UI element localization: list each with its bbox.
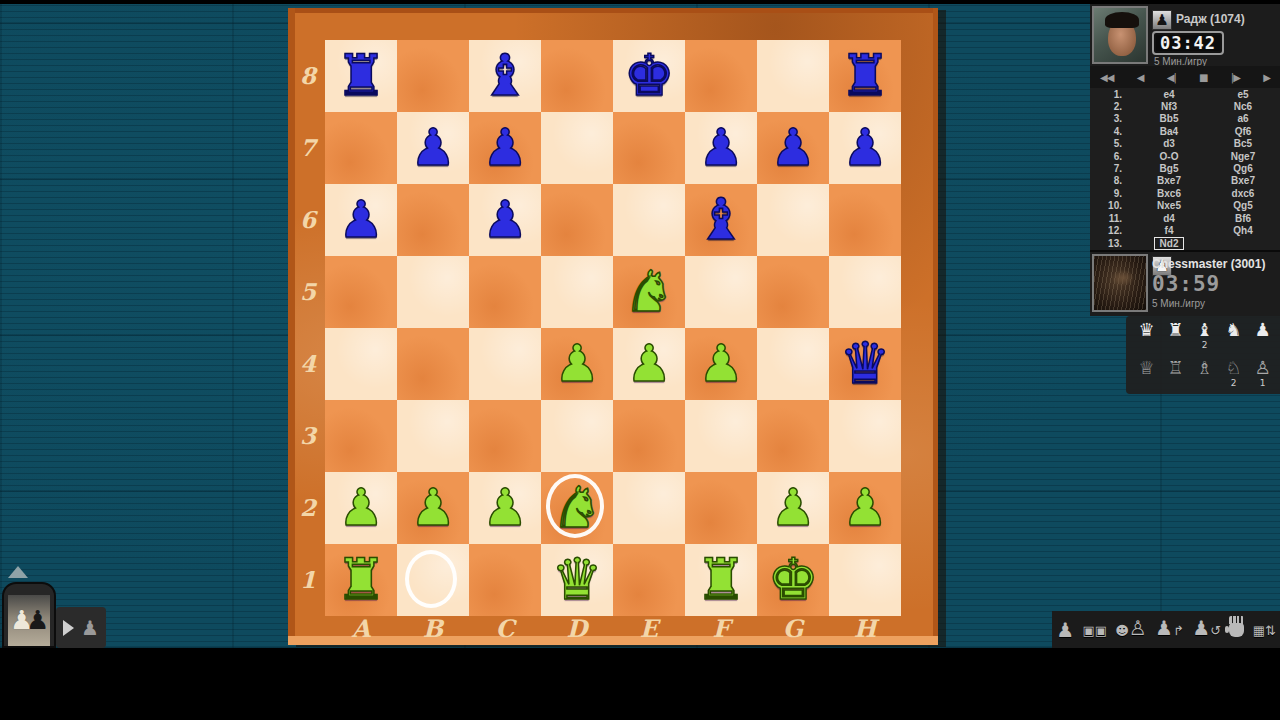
file-label-B: B xyxy=(397,614,469,644)
move-row: 3.Bb5a6 xyxy=(1090,113,1280,125)
square-c1[interactable] xyxy=(469,544,541,616)
forward-button[interactable]: ▶ xyxy=(1263,72,1270,83)
square-c5[interactable] xyxy=(469,256,541,328)
white-pawn-g2[interactable]: ♟ xyxy=(757,472,829,544)
square-b6[interactable] xyxy=(397,184,469,256)
square-f8[interactable] xyxy=(685,40,757,112)
bottom-letterbox xyxy=(0,648,1280,720)
move-row: 11.d4Bf6 xyxy=(1090,212,1280,224)
captured-count xyxy=(1132,340,1161,350)
rank-label-5: 5 xyxy=(296,256,320,328)
white-move[interactable]: Nxe5 xyxy=(1124,200,1214,211)
takeback-icon[interactable]: ♟↱ xyxy=(1155,613,1184,646)
rank-label-1: 1 xyxy=(296,544,320,616)
black-king-e8[interactable]: ♚ xyxy=(613,40,685,112)
white-queen-d1[interactable]: ♛ xyxy=(541,544,613,616)
current-move[interactable]: Nd2 xyxy=(1154,237,1185,250)
move-now-hand-icon[interactable] xyxy=(1229,615,1244,645)
move-row: 4.Ba4Qf6 xyxy=(1090,125,1280,137)
square-d8[interactable] xyxy=(541,40,613,112)
square-a5[interactable] xyxy=(325,256,397,328)
back-button[interactable]: ◀ xyxy=(1137,72,1144,83)
pieces-set-thumbnail[interactable]: ♟ ♟ xyxy=(2,582,56,648)
player-card-top: ♟ Радж (1074) 03:42 5 Мин./игру xyxy=(1090,4,1280,66)
pawn-icon: ♟ xyxy=(1248,320,1277,340)
captured-white-queen: ♛ xyxy=(1132,320,1161,350)
rank-label-6: 6 xyxy=(296,184,320,256)
move-row: 5.d3Bc5 xyxy=(1090,138,1280,150)
square-h3[interactable] xyxy=(829,400,901,472)
chess-board: 87654321 ABCDEFGH ♜♝♚♜♟♟♟♟♟♟♟♝♞♟♟♟♛♟♟♟♞♟… xyxy=(288,8,938,645)
square-d1[interactable]: ♛ xyxy=(541,544,613,616)
square-h2[interactable]: ♟ xyxy=(829,472,901,544)
square-f1[interactable]: ♜ xyxy=(685,544,757,616)
rook-icon: ♖ xyxy=(1161,358,1190,378)
square-b4[interactable] xyxy=(397,328,469,400)
square-e2[interactable] xyxy=(613,472,685,544)
move-number: 4. xyxy=(1090,126,1124,137)
white-rook-f1[interactable]: ♜ xyxy=(685,544,757,616)
board-frame-edge xyxy=(933,8,938,645)
skip-to-start-button[interactable]: ◀◀ xyxy=(1100,72,1113,83)
square-b3[interactable] xyxy=(397,400,469,472)
captured-count: 2 xyxy=(1219,378,1248,388)
captured-count xyxy=(1248,340,1277,350)
rook-icon: ♜ xyxy=(1161,320,1190,340)
bottom-toolbar: ♟▣▣☻♙♟↱♟↺▦⇅ xyxy=(1052,611,1280,648)
avatar-radzh xyxy=(1092,6,1148,64)
queen-icon: ♛ xyxy=(1132,320,1161,340)
move-row: 13.Nd2 xyxy=(1090,237,1280,249)
square-e1[interactable] xyxy=(613,544,685,616)
square-a4[interactable] xyxy=(325,328,397,400)
captured-count xyxy=(1161,378,1190,388)
captured-count: 1 xyxy=(1248,378,1277,388)
rank-label-2: 2 xyxy=(296,472,320,544)
move-number: 1. xyxy=(1090,89,1124,100)
white-pawn-b2[interactable]: ♟ xyxy=(397,472,469,544)
square-a6[interactable]: ♟ xyxy=(325,184,397,256)
black-pawn-h7[interactable]: ♟ xyxy=(829,112,901,184)
move-row: 9.Bxc6dxc6 xyxy=(1090,187,1280,199)
player-name-bottom: Chessmaster (3001) xyxy=(1152,257,1265,271)
square-d7[interactable] xyxy=(541,112,613,184)
clock-bottom: 03:59 xyxy=(1152,272,1220,296)
move-row: 10.Nxe5Qg5 xyxy=(1090,200,1280,212)
avatar-chessmaster xyxy=(1092,254,1148,312)
white-rook-a1[interactable]: ♜ xyxy=(325,544,397,616)
square-g1[interactable]: ♚ xyxy=(757,544,829,616)
move-row: 12.f4Qh4 xyxy=(1090,224,1280,236)
captured-black-queen: ♕ xyxy=(1132,358,1161,388)
white-move[interactable]: d4 xyxy=(1124,213,1214,224)
black-pawn-c6[interactable]: ♟ xyxy=(469,184,541,256)
black-move[interactable]: Nge7 xyxy=(1214,151,1272,162)
square-e7[interactable] xyxy=(613,112,685,184)
square-g4[interactable] xyxy=(757,328,829,400)
square-a1[interactable]: ♜ xyxy=(325,544,397,616)
square-c3[interactable] xyxy=(469,400,541,472)
time-control-bottom: 5 Мин./игру xyxy=(1152,298,1205,309)
black-move[interactable]: Qg5 xyxy=(1214,200,1272,211)
knight-icon: ♘ xyxy=(1219,358,1248,378)
black-pawn-c7[interactable]: ♟ xyxy=(469,112,541,184)
black-pawn-f7[interactable]: ♟ xyxy=(685,112,757,184)
piece-set-button[interactable]: ♟ xyxy=(56,607,106,648)
captured-white-bishop: ♝2 xyxy=(1190,320,1219,350)
black-rook-a8[interactable]: ♜ xyxy=(325,40,397,112)
black-move[interactable]: Nc6 xyxy=(1214,101,1272,112)
square-e5[interactable]: ♞ xyxy=(613,256,685,328)
captured-black-rook: ♖ xyxy=(1161,358,1190,388)
rank-label-7: 7 xyxy=(296,112,320,184)
black-move[interactable]: Bc5 xyxy=(1214,138,1272,149)
square-a8[interactable]: ♜ xyxy=(325,40,397,112)
black-bishop-f6[interactable]: ♝ xyxy=(685,184,757,256)
side-badge-black: ♟ xyxy=(1152,10,1172,30)
square-h6[interactable] xyxy=(829,184,901,256)
move-number: 7. xyxy=(1090,163,1124,174)
square-b7[interactable]: ♟ xyxy=(397,112,469,184)
square-c4[interactable] xyxy=(469,328,541,400)
square-b5[interactable] xyxy=(397,256,469,328)
square-f3[interactable] xyxy=(685,400,757,472)
move-number: 3. xyxy=(1090,113,1124,124)
square-f7[interactable]: ♟ xyxy=(685,112,757,184)
square-g3[interactable] xyxy=(757,400,829,472)
captured-black-pawn: ♙1 xyxy=(1248,358,1277,388)
move-number: 6. xyxy=(1090,151,1124,162)
move-list: 1.e4e52.Nf3Nc63.Bb5a64.Ba4Qf65.d3Bc56.O-… xyxy=(1090,88,1280,250)
square-a2[interactable]: ♟ xyxy=(325,472,397,544)
captured-white-row: ♛♜♝2♞♟ xyxy=(1132,320,1278,350)
white-pawn-e4[interactable]: ♟ xyxy=(613,328,685,400)
square-g7[interactable]: ♟ xyxy=(757,112,829,184)
white-move[interactable]: Ba4 xyxy=(1124,126,1214,137)
file-label-E: E xyxy=(613,614,685,644)
white-pawn-a2[interactable]: ♟ xyxy=(325,472,397,544)
white-move[interactable]: Bg5 xyxy=(1124,163,1214,174)
square-h1[interactable] xyxy=(829,544,901,616)
step-back-button[interactable]: ◀| xyxy=(1167,72,1176,83)
black-move[interactable]: Bxe7 xyxy=(1214,175,1272,186)
black-move[interactable]: dxc6 xyxy=(1214,188,1272,199)
white-move[interactable]: Bxe7 xyxy=(1124,175,1214,186)
white-move[interactable]: Bxc6 xyxy=(1124,188,1214,199)
move-number: 5. xyxy=(1090,138,1124,149)
move-row: 2.Nf3Nc6 xyxy=(1090,100,1280,112)
rank-label-3: 3 xyxy=(296,400,320,472)
app-window: 87654321 ABCDEFGH ♜♝♚♜♟♟♟♟♟♟♟♝♞♟♟♟♛♟♟♟♞♟… xyxy=(0,0,1280,720)
captured-white-knight: ♞ xyxy=(1219,320,1248,350)
move-number: 13. xyxy=(1090,238,1124,249)
bishop-icon: ♗ xyxy=(1190,358,1219,378)
square-c2[interactable]: ♟ xyxy=(469,472,541,544)
file-label-A: A xyxy=(325,614,397,644)
black-pawn-b7[interactable]: ♟ xyxy=(397,112,469,184)
move-number: 11. xyxy=(1090,213,1124,224)
black-bishop-c8[interactable]: ♝ xyxy=(469,40,541,112)
move-row: 1.e4e5 xyxy=(1090,88,1280,100)
captured-count xyxy=(1219,340,1248,350)
square-h7[interactable]: ♟ xyxy=(829,112,901,184)
square-d3[interactable] xyxy=(541,400,613,472)
captured-black-knight: ♘2 xyxy=(1219,358,1248,388)
captured-black-bishop: ♗ xyxy=(1190,358,1219,388)
board-grid: ♜♝♚♜♟♟♟♟♟♟♟♝♞♟♟♟♛♟♟♟♞♟♟♜♛♜♚ xyxy=(325,40,901,616)
white-move[interactable]: Nf3 xyxy=(1124,101,1214,112)
black-move[interactable]: Bf6 xyxy=(1214,213,1272,224)
square-b2[interactable]: ♟ xyxy=(397,472,469,544)
file-label-H: H xyxy=(829,614,901,644)
square-e6[interactable] xyxy=(613,184,685,256)
white-move[interactable]: e4 xyxy=(1124,89,1214,100)
last-move-highlight-b1 xyxy=(405,550,457,608)
white-move[interactable]: f4 xyxy=(1124,225,1214,236)
white-pawn-h2[interactable]: ♟ xyxy=(829,472,901,544)
square-a7[interactable] xyxy=(325,112,397,184)
move-row: 7.Bg5Qg6 xyxy=(1090,162,1280,174)
square-e4[interactable]: ♟ xyxy=(613,328,685,400)
step-forward-button[interactable]: |▶ xyxy=(1231,72,1240,83)
square-e3[interactable] xyxy=(613,400,685,472)
mentor-icon[interactable]: ☻♙ xyxy=(1115,613,1147,646)
white-pawn-f4[interactable]: ♟ xyxy=(685,328,757,400)
rank-label-4: 4 xyxy=(296,328,320,400)
rank-label-8: 8 xyxy=(296,40,320,112)
square-g2[interactable]: ♟ xyxy=(757,472,829,544)
white-move[interactable]: O-O xyxy=(1124,151,1214,162)
stop-button[interactable]: ■ xyxy=(1199,72,1207,83)
white-move[interactable]: Bb5 xyxy=(1124,113,1214,124)
square-c8[interactable]: ♝ xyxy=(469,40,541,112)
square-f6[interactable]: ♝ xyxy=(685,184,757,256)
white-move[interactable]: d3 xyxy=(1124,138,1214,149)
square-h8[interactable]: ♜ xyxy=(829,40,901,112)
square-g5[interactable] xyxy=(757,256,829,328)
file-label-C: C xyxy=(469,614,541,644)
black-move[interactable]: Qf6 xyxy=(1214,126,1272,137)
captured-count: 2 xyxy=(1190,340,1219,350)
move-number: 12. xyxy=(1090,225,1124,236)
white-knight-d2[interactable]: ♞ xyxy=(541,472,613,544)
square-d2[interactable]: ♞ xyxy=(541,472,613,544)
move-number: 10. xyxy=(1090,200,1124,211)
captured-count xyxy=(1190,378,1219,388)
square-c6[interactable]: ♟ xyxy=(469,184,541,256)
black-move[interactable]: e5 xyxy=(1214,89,1272,100)
square-e8[interactable]: ♚ xyxy=(613,40,685,112)
square-f5[interactable] xyxy=(685,256,757,328)
captured-pieces-tray: ♛♜♝2♞♟ ♕♖♗♘2♙1 xyxy=(1126,316,1280,394)
captured-count xyxy=(1132,378,1161,388)
game-piece-icon[interactable]: ♟ xyxy=(1056,615,1074,645)
black-pawn-g7[interactable]: ♟ xyxy=(757,112,829,184)
black-move[interactable]: a6 xyxy=(1214,113,1272,124)
replay-moves-icon[interactable]: ♟↺ xyxy=(1192,613,1221,646)
captured-white-rook: ♜ xyxy=(1161,320,1190,350)
square-h4[interactable]: ♛ xyxy=(829,328,901,400)
black-rook-h8[interactable]: ♜ xyxy=(829,40,901,112)
captured-black-row: ♕♖♗♘2♙1 xyxy=(1132,358,1278,388)
white-knight-e5[interactable]: ♞ xyxy=(613,256,685,328)
square-d6[interactable] xyxy=(541,184,613,256)
player-card-bottom: ♟ Chessmaster (3001) 03:59 5 Мин./игру xyxy=(1090,250,1280,316)
white-pawn-c2[interactable]: ♟ xyxy=(469,472,541,544)
player-name-top: Радж (1074) xyxy=(1176,12,1245,26)
pawn-icon: ♟ xyxy=(81,616,99,640)
square-f2[interactable] xyxy=(685,472,757,544)
move-number: 2. xyxy=(1090,101,1124,112)
move-row: 8.Bxe7Bxe7 xyxy=(1090,175,1280,187)
play-triangle-icon xyxy=(63,620,74,636)
white-move[interactable]: Nd2 xyxy=(1124,237,1214,250)
file-label-D: D xyxy=(541,614,613,644)
pawn-icon: ♙ xyxy=(1248,358,1277,378)
move-number: 9. xyxy=(1090,188,1124,199)
pawns-photo: ♟ ♟ xyxy=(8,595,50,646)
move-number: 8. xyxy=(1090,175,1124,186)
queen-icon: ♕ xyxy=(1132,358,1161,378)
black-pawn-icon: ♟ xyxy=(26,595,49,645)
captured-white-pawn: ♟ xyxy=(1248,320,1277,350)
file-label-F: F xyxy=(685,614,757,644)
move-row: 6.O-ONge7 xyxy=(1090,150,1280,162)
black-pawn-icon: ♟ xyxy=(1155,11,1168,29)
expand-arrow-icon[interactable] xyxy=(8,566,28,578)
white-pawn-d4[interactable]: ♟ xyxy=(541,328,613,400)
knight-icon: ♞ xyxy=(1219,320,1248,340)
square-d5[interactable] xyxy=(541,256,613,328)
black-move[interactable]: Qh4 xyxy=(1214,225,1272,236)
file-label-G: G xyxy=(757,614,829,644)
black-move[interactable]: Qg6 xyxy=(1214,163,1272,174)
bishop-icon: ♝ xyxy=(1190,320,1219,340)
board-frame-edge xyxy=(288,8,938,13)
square-g8[interactable] xyxy=(757,40,829,112)
opponents-icon[interactable]: ▣▣ xyxy=(1082,613,1107,646)
captured-count xyxy=(1161,340,1190,350)
playback-controls: ◀◀◀◀|■|▶▶ xyxy=(1090,66,1280,88)
square-g6[interactable] xyxy=(757,184,829,256)
square-f4[interactable]: ♟ xyxy=(685,328,757,400)
board-frame-edge xyxy=(288,8,295,645)
black-queen-h4[interactable]: ♛ xyxy=(829,328,901,400)
square-c7[interactable]: ♟ xyxy=(469,112,541,184)
square-b1[interactable] xyxy=(397,544,469,616)
top-letterbox xyxy=(0,0,1280,4)
white-king-g1[interactable]: ♚ xyxy=(757,544,829,616)
square-h5[interactable] xyxy=(829,256,901,328)
flip-board-icon[interactable]: ▦⇅ xyxy=(1253,613,1276,646)
clock-top: 03:42 xyxy=(1152,31,1224,55)
square-b8[interactable] xyxy=(397,40,469,112)
square-d4[interactable]: ♟ xyxy=(541,328,613,400)
square-a3[interactable] xyxy=(325,400,397,472)
black-pawn-a6[interactable]: ♟ xyxy=(325,184,397,256)
